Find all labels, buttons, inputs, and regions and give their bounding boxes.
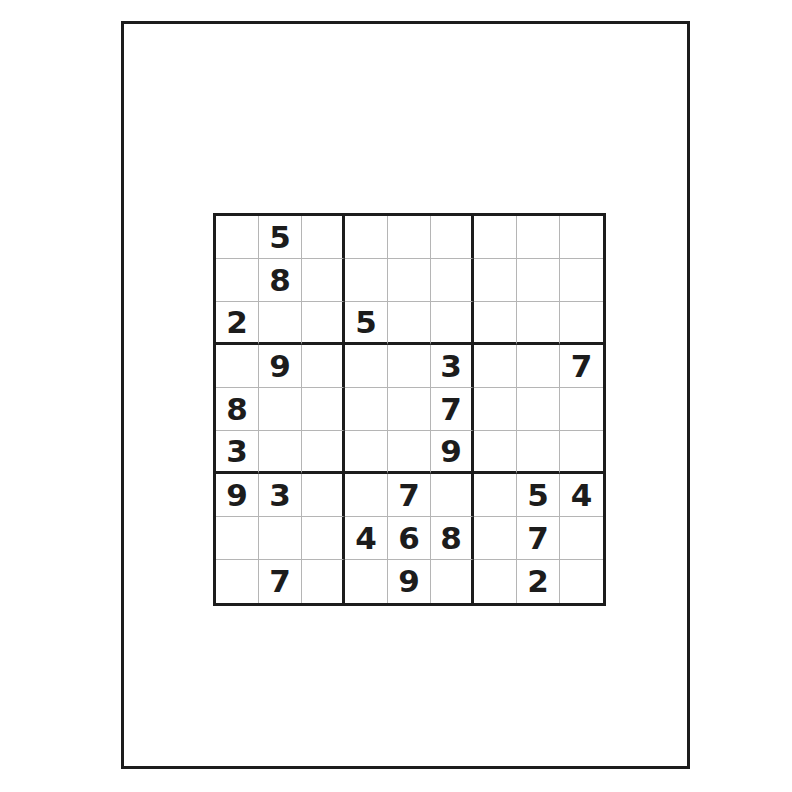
cell-r6c4[interactable] xyxy=(345,431,388,474)
cell-r6c9[interactable] xyxy=(560,431,603,474)
cell-r3c9[interactable] xyxy=(560,302,603,345)
cell-r2c9[interactable] xyxy=(560,259,603,302)
cell-r7c1[interactable]: 9 xyxy=(216,474,259,517)
cell-r4c3[interactable] xyxy=(302,345,345,388)
cell-r6c8[interactable] xyxy=(517,431,560,474)
cell-r2c4[interactable] xyxy=(345,259,388,302)
cell-r4c8[interactable] xyxy=(517,345,560,388)
cell-r6c5[interactable] xyxy=(388,431,431,474)
cell-r3c2[interactable] xyxy=(259,302,302,345)
cell-r4c2[interactable]: 9 xyxy=(259,345,302,388)
cell-r7c7[interactable] xyxy=(474,474,517,517)
cell-r6c1[interactable]: 3 xyxy=(216,431,259,474)
cell-r6c2[interactable] xyxy=(259,431,302,474)
cell-r4c9[interactable]: 7 xyxy=(560,345,603,388)
cell-r5c8[interactable] xyxy=(517,388,560,431)
cell-r9c6[interactable] xyxy=(431,560,474,603)
cell-r8c1[interactable] xyxy=(216,517,259,560)
cell-r6c6[interactable]: 9 xyxy=(431,431,474,474)
cell-r2c7[interactable] xyxy=(474,259,517,302)
sudoku-grid: 58259378739937544687792 xyxy=(213,213,606,606)
cell-r9c9[interactable] xyxy=(560,560,603,603)
cell-r2c1[interactable] xyxy=(216,259,259,302)
cell-r8c5[interactable]: 6 xyxy=(388,517,431,560)
cell-r2c2[interactable]: 8 xyxy=(259,259,302,302)
cell-r2c8[interactable] xyxy=(517,259,560,302)
cell-r1c1[interactable] xyxy=(216,216,259,259)
cell-r9c5[interactable]: 9 xyxy=(388,560,431,603)
cell-r5c2[interactable] xyxy=(259,388,302,431)
cell-r5c1[interactable]: 8 xyxy=(216,388,259,431)
cell-r2c3[interactable] xyxy=(302,259,345,302)
puzzle-page: 58259378739937544687792 xyxy=(121,21,690,769)
cell-r9c3[interactable] xyxy=(302,560,345,603)
cell-r8c7[interactable] xyxy=(474,517,517,560)
cell-r3c1[interactable]: 2 xyxy=(216,302,259,345)
cell-r5c7[interactable] xyxy=(474,388,517,431)
cell-r8c3[interactable] xyxy=(302,517,345,560)
cell-r8c4[interactable]: 4 xyxy=(345,517,388,560)
cell-r9c8[interactable]: 2 xyxy=(517,560,560,603)
cell-r3c8[interactable] xyxy=(517,302,560,345)
cell-r2c5[interactable] xyxy=(388,259,431,302)
cell-r7c2[interactable]: 3 xyxy=(259,474,302,517)
cell-r1c4[interactable] xyxy=(345,216,388,259)
cell-r9c4[interactable] xyxy=(345,560,388,603)
cell-r6c3[interactable] xyxy=(302,431,345,474)
cell-r5c9[interactable] xyxy=(560,388,603,431)
cell-r5c5[interactable] xyxy=(388,388,431,431)
cell-r3c7[interactable] xyxy=(474,302,517,345)
cell-r7c9[interactable]: 4 xyxy=(560,474,603,517)
cell-r3c3[interactable] xyxy=(302,302,345,345)
cell-r1c8[interactable] xyxy=(517,216,560,259)
cell-r3c4[interactable]: 5 xyxy=(345,302,388,345)
cell-r7c6[interactable] xyxy=(431,474,474,517)
cell-r3c5[interactable] xyxy=(388,302,431,345)
cell-r4c4[interactable] xyxy=(345,345,388,388)
cell-r8c6[interactable]: 8 xyxy=(431,517,474,560)
cell-r8c9[interactable] xyxy=(560,517,603,560)
cell-r5c4[interactable] xyxy=(345,388,388,431)
cell-r1c2[interactable]: 5 xyxy=(259,216,302,259)
cell-r1c6[interactable] xyxy=(431,216,474,259)
cell-r1c3[interactable] xyxy=(302,216,345,259)
cell-r9c1[interactable] xyxy=(216,560,259,603)
cell-r7c4[interactable] xyxy=(345,474,388,517)
cell-r7c5[interactable]: 7 xyxy=(388,474,431,517)
cell-r5c6[interactable]: 7 xyxy=(431,388,474,431)
cell-r4c7[interactable] xyxy=(474,345,517,388)
cell-r7c8[interactable]: 5 xyxy=(517,474,560,517)
cell-r4c1[interactable] xyxy=(216,345,259,388)
cell-r4c6[interactable]: 3 xyxy=(431,345,474,388)
cell-r8c2[interactable] xyxy=(259,517,302,560)
cell-r1c7[interactable] xyxy=(474,216,517,259)
cell-r2c6[interactable] xyxy=(431,259,474,302)
cell-r1c9[interactable] xyxy=(560,216,603,259)
cell-r8c8[interactable]: 7 xyxy=(517,517,560,560)
cell-r9c7[interactable] xyxy=(474,560,517,603)
cell-r4c5[interactable] xyxy=(388,345,431,388)
cell-r3c6[interactable] xyxy=(431,302,474,345)
cell-r1c5[interactable] xyxy=(388,216,431,259)
cell-r7c3[interactable] xyxy=(302,474,345,517)
cell-r6c7[interactable] xyxy=(474,431,517,474)
cell-r9c2[interactable]: 7 xyxy=(259,560,302,603)
cell-r5c3[interactable] xyxy=(302,388,345,431)
screenshot-canvas: 58259378739937544687792 xyxy=(0,0,792,792)
